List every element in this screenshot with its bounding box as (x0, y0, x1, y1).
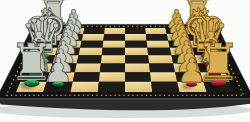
gold-figure: ♟ (177, 57, 207, 83)
green-pawn[interactable]: ♟ (43, 57, 73, 86)
pieces-layer: ♜♟♜♟♞♟♞♟♝♟♝♟♚♟♚♟♛♟♛♟♝♟♝♟♞♟♞♟♜♟♜♟ (0, 0, 250, 122)
chess-set-photo: ♜♟♜♟♞♟♞♟♝♟♝♟♚♟♚♟♛♟♛♟♝♟♝♟♞♟♞♟♜♟♜♟ (0, 0, 250, 122)
red-pawn[interactable]: ♟ (177, 57, 207, 86)
silver-figure: ♟ (43, 57, 73, 83)
